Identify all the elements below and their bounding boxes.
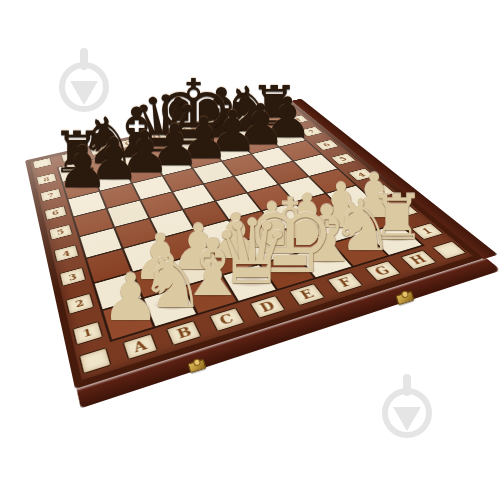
watermark-triangle bbox=[393, 407, 421, 431]
chess-board: AABBCCDDEEFFGGHH8877665544332211 bbox=[25, 98, 500, 409]
watermark-arrow-icon bbox=[59, 48, 109, 122]
watermark-arrow-icon bbox=[382, 374, 432, 448]
watermark-triangle bbox=[70, 81, 98, 105]
product-photo: AABBCCDDEEFFGGHH8877665544332211 ♜♞♝♛♚♝♞… bbox=[0, 0, 500, 500]
